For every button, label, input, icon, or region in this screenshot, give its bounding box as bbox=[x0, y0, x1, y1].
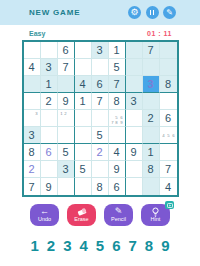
cell-r3c2[interactable]: 1 bbox=[41, 76, 58, 93]
cell-r4c3[interactable]: 9 bbox=[58, 93, 75, 110]
cell-r5c8[interactable]: 2 bbox=[143, 110, 160, 127]
cell-r2c8[interactable] bbox=[143, 59, 160, 76]
hint-button[interactable]: Hint bbox=[141, 204, 170, 226]
sudoku-board: 6317437514673829178331256789263545686524… bbox=[22, 40, 179, 197]
eraser-icon bbox=[77, 207, 87, 216]
cell-r4c5[interactable]: 7 bbox=[92, 93, 109, 110]
cell-r3c1[interactable] bbox=[24, 76, 41, 93]
cell-r7c6[interactable]: 4 bbox=[109, 144, 126, 161]
cell-r6c2[interactable] bbox=[41, 127, 58, 144]
pause-button[interactable] bbox=[146, 6, 159, 19]
cell-r2c7[interactable] bbox=[126, 59, 143, 76]
cell-r3c8[interactable]: 3 bbox=[143, 76, 160, 93]
cell-r8c6[interactable]: 9 bbox=[109, 161, 126, 178]
cell-r1c1[interactable] bbox=[24, 42, 41, 59]
undo-button[interactable]: ← Undo bbox=[30, 204, 59, 226]
numpad-7[interactable]: 7 bbox=[129, 237, 137, 254]
cell-r8c9[interactable]: 7 bbox=[160, 161, 177, 178]
action-bar: ← Undo Erase ✎ Pencil Hint bbox=[0, 204, 200, 226]
cell-r6c3[interactable] bbox=[58, 127, 75, 144]
cell-r7c1[interactable]: 8 bbox=[24, 144, 41, 161]
cell-r5c1[interactable]: 3 bbox=[24, 110, 41, 127]
hint-ad-badge bbox=[165, 201, 174, 209]
timer: 01 : 11 bbox=[147, 30, 172, 37]
gear-icon: ⚙ bbox=[130, 8, 138, 17]
pause-icon bbox=[150, 10, 155, 15]
numpad-3[interactable]: 3 bbox=[63, 237, 71, 254]
cell-r1c2[interactable] bbox=[41, 42, 58, 59]
cell-r9c2[interactable]: 9 bbox=[41, 178, 58, 195]
erase-button[interactable]: Erase bbox=[67, 204, 96, 226]
cell-r6c4[interactable] bbox=[75, 127, 92, 144]
numpad-8[interactable]: 8 bbox=[145, 237, 153, 254]
app-header: NEW GAME ⚙ ✎ bbox=[0, 0, 200, 25]
cell-r2c2[interactable]: 3 bbox=[41, 59, 58, 76]
cell-r5c3[interactable]: 12 bbox=[58, 110, 75, 127]
cell-r7c7[interactable]: 9 bbox=[126, 144, 143, 161]
cell-r9c6[interactable]: 6 bbox=[109, 178, 126, 195]
undo-arrow-icon: ← bbox=[40, 207, 49, 216]
cell-r5c5[interactable] bbox=[92, 110, 109, 127]
cell-r9c5[interactable]: 8 bbox=[92, 178, 109, 195]
pencil-button[interactable]: ✎ Pencil bbox=[104, 204, 133, 226]
cell-r5c4[interactable] bbox=[75, 110, 92, 127]
cell-r4c9[interactable] bbox=[160, 93, 177, 110]
cell-r7c8[interactable]: 1 bbox=[143, 144, 160, 161]
cell-r6c9[interactable]: 456 bbox=[160, 127, 177, 144]
cell-r4c6[interactable]: 8 bbox=[109, 93, 126, 110]
cell-r8c8[interactable]: 8 bbox=[143, 161, 160, 178]
cell-r5c2[interactable] bbox=[41, 110, 58, 127]
cell-r2c4[interactable] bbox=[75, 59, 92, 76]
cell-r6c1[interactable]: 3 bbox=[24, 127, 41, 144]
cell-r7c4[interactable] bbox=[75, 144, 92, 161]
brush-icon: ✎ bbox=[166, 9, 173, 17]
cell-r2c9[interactable] bbox=[160, 59, 177, 76]
cell-r9c4[interactable] bbox=[75, 178, 92, 195]
numpad-9[interactable]: 9 bbox=[161, 237, 169, 254]
numpad-5[interactable]: 5 bbox=[96, 237, 104, 254]
status-bar: Easy 01 : 11 bbox=[0, 25, 200, 40]
cell-r6c5[interactable]: 5 bbox=[92, 127, 109, 144]
cell-r2c3[interactable]: 7 bbox=[58, 59, 75, 76]
number-pad: 123456789 bbox=[0, 237, 200, 254]
numpad-2[interactable]: 2 bbox=[47, 237, 55, 254]
cell-r1c4[interactable] bbox=[75, 42, 92, 59]
pencil-notes-r5c3: 12 bbox=[59, 111, 73, 125]
cell-r8c2[interactable] bbox=[41, 161, 58, 178]
cell-r1c7[interactable] bbox=[126, 42, 143, 59]
cell-r4c1[interactable] bbox=[24, 93, 41, 110]
cell-r7c9[interactable] bbox=[160, 144, 177, 161]
cell-r3c7[interactable] bbox=[126, 76, 143, 93]
numpad-1[interactable]: 1 bbox=[30, 237, 38, 254]
cell-r7c5[interactable]: 2 bbox=[92, 144, 109, 161]
cell-r9c3[interactable] bbox=[58, 178, 75, 195]
cell-r1c8[interactable]: 7 bbox=[143, 42, 160, 59]
cell-r3c4[interactable]: 4 bbox=[75, 76, 92, 93]
cell-r9c9[interactable]: 4 bbox=[160, 178, 177, 195]
cell-r8c1[interactable]: 2 bbox=[24, 161, 41, 178]
cell-r9c8[interactable] bbox=[143, 178, 160, 195]
numpad-6[interactable]: 6 bbox=[112, 237, 120, 254]
cell-r4c7[interactable]: 3 bbox=[126, 93, 143, 110]
cell-r8c5[interactable] bbox=[92, 161, 109, 178]
cell-r5c6[interactable]: 56789 bbox=[109, 110, 126, 127]
page-title: NEW GAME bbox=[29, 8, 128, 17]
cell-r5c7[interactable] bbox=[126, 110, 143, 127]
cell-r3c9[interactable]: 8 bbox=[160, 76, 177, 93]
cell-r6c8[interactable] bbox=[143, 127, 160, 144]
theme-button[interactable]: ✎ bbox=[163, 6, 176, 19]
settings-button[interactable]: ⚙ bbox=[128, 6, 141, 19]
cell-r3c6[interactable]: 7 bbox=[109, 76, 126, 93]
cell-r4c8[interactable] bbox=[143, 93, 160, 110]
cell-r9c1[interactable]: 7 bbox=[24, 178, 41, 195]
cell-r3c5[interactable]: 6 bbox=[92, 76, 109, 93]
cell-r9c7[interactable] bbox=[126, 178, 143, 195]
cell-r7c2[interactable]: 6 bbox=[41, 144, 58, 161]
cell-r1c5[interactable]: 3 bbox=[92, 42, 109, 59]
cell-r3c3[interactable] bbox=[58, 76, 75, 93]
lightbulb-icon bbox=[151, 207, 160, 216]
cell-r4c2[interactable]: 2 bbox=[41, 93, 58, 110]
cell-r1c9[interactable] bbox=[160, 42, 177, 59]
cell-r6c7[interactable] bbox=[126, 127, 143, 144]
numpad-4[interactable]: 4 bbox=[79, 237, 87, 254]
cell-r4c4[interactable]: 1 bbox=[75, 93, 92, 110]
cell-r1c3[interactable]: 6 bbox=[58, 42, 75, 59]
cell-r8c7[interactable] bbox=[126, 161, 143, 178]
pencil-notes-r5c1: 3 bbox=[25, 111, 39, 125]
pencil-notes-r5c6: 56789 bbox=[110, 111, 124, 125]
pencil-notes-r6c9: 456 bbox=[161, 128, 176, 142]
cell-r5c9[interactable]: 6 bbox=[160, 110, 177, 127]
cell-r8c3[interactable]: 3 bbox=[58, 161, 75, 178]
cell-r2c5[interactable] bbox=[92, 59, 109, 76]
cell-r2c6[interactable]: 5 bbox=[109, 59, 126, 76]
cell-r7c3[interactable]: 5 bbox=[58, 144, 75, 161]
difficulty-label: Easy bbox=[29, 30, 45, 37]
cell-r8c4[interactable]: 5 bbox=[75, 161, 92, 178]
cell-r2c1[interactable]: 4 bbox=[24, 59, 41, 76]
pencil-icon: ✎ bbox=[115, 207, 123, 216]
cell-r1c6[interactable]: 1 bbox=[109, 42, 126, 59]
cell-r6c6[interactable] bbox=[109, 127, 126, 144]
